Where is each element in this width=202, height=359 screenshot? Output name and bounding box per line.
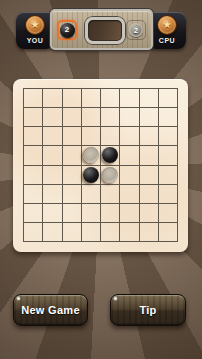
game-screen: ★ YOU ★ CPU 2 2 New Game Tip [0, 0, 202, 359]
board-cell-e6[interactable] [101, 185, 120, 204]
board-cell-c3[interactable] [63, 127, 82, 146]
board-cell-g4[interactable] [140, 146, 159, 165]
new-game-button[interactable]: New Game [13, 294, 88, 326]
board-cell-c2[interactable] [63, 108, 82, 127]
board-cell-d8[interactable] [82, 223, 101, 242]
board-cell-e1[interactable] [101, 89, 120, 108]
board-cell-h1[interactable] [159, 89, 178, 108]
board-cell-f1[interactable] [120, 89, 139, 108]
board-cell-d2[interactable] [82, 108, 101, 127]
board-cell-h6[interactable] [159, 185, 178, 204]
board-cell-a1[interactable] [24, 89, 43, 108]
black-score-disc: 2 [60, 23, 75, 38]
cpu-label: CPU [159, 37, 175, 44]
board-cell-g2[interactable] [140, 108, 159, 127]
black-disc [83, 167, 99, 183]
board-cell-b4[interactable] [43, 146, 62, 165]
star-icon: ★ [163, 20, 172, 30]
black-disc [102, 147, 118, 163]
board-cell-a3[interactable] [24, 127, 43, 146]
board-cell-a2[interactable] [24, 108, 43, 127]
board-cell-d7[interactable] [82, 204, 101, 223]
board-cell-d4[interactable] [82, 146, 101, 165]
board-cell-b3[interactable] [43, 127, 62, 146]
board-cell-f2[interactable] [120, 108, 139, 127]
score-display-window [85, 17, 125, 44]
board-cell-e8[interactable] [101, 223, 120, 242]
board-cell-h7[interactable] [159, 204, 178, 223]
score-panel: 2 2 [50, 9, 153, 50]
board-cell-f7[interactable] [120, 204, 139, 223]
board-cell-g8[interactable] [140, 223, 159, 242]
board-cell-f5[interactable] [120, 166, 139, 185]
board-cell-c1[interactable] [63, 89, 82, 108]
board-cell-b2[interactable] [43, 108, 62, 127]
othello-board [13, 79, 188, 252]
board-cell-a4[interactable] [24, 146, 43, 165]
board-cell-h4[interactable] [159, 146, 178, 165]
board-cell-b8[interactable] [43, 223, 62, 242]
white-score-frame: 2 [126, 20, 146, 40]
board-cell-c6[interactable] [63, 185, 82, 204]
board-cell-e3[interactable] [101, 127, 120, 146]
player-panel-you: ★ YOU [16, 12, 54, 49]
board-cell-f8[interactable] [120, 223, 139, 242]
white-disc [102, 167, 118, 183]
board-cell-a7[interactable] [24, 204, 43, 223]
board-cell-f3[interactable] [120, 127, 139, 146]
board-cell-d1[interactable] [82, 89, 101, 108]
board-cell-e4[interactable] [101, 146, 120, 165]
board-cell-c7[interactable] [63, 204, 82, 223]
white-disc [83, 147, 99, 163]
board-cell-c4[interactable] [63, 146, 82, 165]
board-cell-g5[interactable] [140, 166, 159, 185]
board-cell-h5[interactable] [159, 166, 178, 185]
board-cell-e5[interactable] [101, 166, 120, 185]
board-cell-a8[interactable] [24, 223, 43, 242]
board-cell-g1[interactable] [140, 89, 159, 108]
board-cell-g6[interactable] [140, 185, 159, 204]
board-cell-b6[interactable] [43, 185, 62, 204]
board-cell-f6[interactable] [120, 185, 139, 204]
board-cell-e2[interactable] [101, 108, 120, 127]
tip-button[interactable]: Tip [110, 294, 186, 326]
board-cell-d6[interactable] [82, 185, 101, 204]
board-cell-c8[interactable] [63, 223, 82, 242]
board-cell-a5[interactable] [24, 166, 43, 185]
board-cell-b1[interactable] [43, 89, 62, 108]
board-cell-h8[interactable] [159, 223, 178, 242]
you-avatar-medal-icon: ★ [25, 15, 45, 35]
board-grid [23, 88, 178, 242]
player-panel-cpu: ★ CPU [148, 12, 186, 49]
star-icon: ★ [31, 20, 40, 30]
you-label: YOU [27, 37, 44, 44]
board-cell-h3[interactable] [159, 127, 178, 146]
board-cell-d3[interactable] [82, 127, 101, 146]
board-cell-a6[interactable] [24, 185, 43, 204]
board-cell-g7[interactable] [140, 204, 159, 223]
cpu-avatar-medal-icon: ★ [157, 15, 177, 35]
board-cell-c5[interactable] [63, 166, 82, 185]
white-score-disc: 2 [129, 23, 143, 37]
board-cell-e7[interactable] [101, 204, 120, 223]
black-turn-indicator: 2 [57, 20, 77, 40]
board-cell-b7[interactable] [43, 204, 62, 223]
board-cell-h2[interactable] [159, 108, 178, 127]
board-cell-b5[interactable] [43, 166, 62, 185]
board-cell-d5[interactable] [82, 166, 101, 185]
board-cell-f4[interactable] [120, 146, 139, 165]
board-cell-g3[interactable] [140, 127, 159, 146]
